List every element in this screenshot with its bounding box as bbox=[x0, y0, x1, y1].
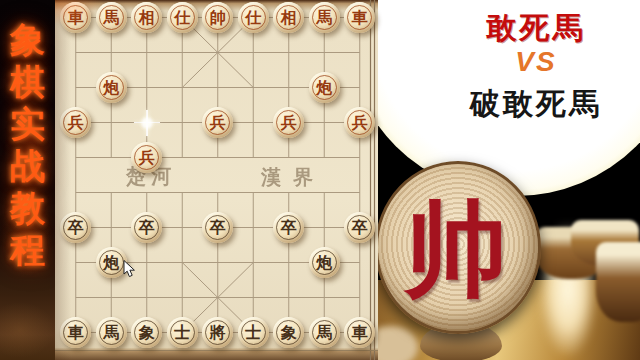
xiangqi-board[interactable]: 楚河 漢界 車馬相仕帥仕相馬車炮炮兵兵兵兵兵卒卒卒卒卒炮炮車馬象士將士象馬車 bbox=[55, 0, 378, 360]
sidebar-title-char: 象 bbox=[10, 22, 45, 60]
piece-卒[interactable]: 卒 bbox=[273, 212, 304, 243]
piece-相[interactable]: 相 bbox=[273, 2, 304, 33]
sidebar-title: 象棋实战教程 bbox=[0, 22, 55, 270]
sidebar-title-char: 实 bbox=[10, 106, 45, 144]
piece-卒[interactable]: 卒 bbox=[344, 212, 375, 243]
piece-卒[interactable]: 卒 bbox=[60, 212, 91, 243]
screenshot: 象棋实战教程 楚河 漢界 車馬相仕帥仕相馬車炮炮兵兵兵兵兵卒卒卒卒卒炮炮車馬象士… bbox=[0, 0, 640, 360]
right-panel: 敢死馬 VS 破敢死馬 帅 bbox=[378, 0, 640, 360]
piece-將[interactable]: 將 bbox=[202, 317, 233, 348]
piece-仕[interactable]: 仕 bbox=[238, 2, 269, 33]
piece-卒[interactable]: 卒 bbox=[131, 212, 162, 243]
featured-king-piece: 帅 bbox=[378, 161, 541, 334]
last-move-sparkle bbox=[138, 114, 156, 132]
piece-兵[interactable]: 兵 bbox=[273, 107, 304, 138]
piece-兵[interactable]: 兵 bbox=[131, 142, 162, 173]
piece-馬[interactable]: 馬 bbox=[96, 2, 127, 33]
piece-炮[interactable]: 炮 bbox=[96, 72, 127, 103]
piece-兵[interactable]: 兵 bbox=[344, 107, 375, 138]
piece-炮[interactable]: 炮 bbox=[309, 72, 340, 103]
piece-兵[interactable]: 兵 bbox=[60, 107, 91, 138]
piece-車[interactable]: 車 bbox=[344, 317, 375, 348]
piece-車[interactable]: 車 bbox=[344, 2, 375, 33]
piece-象[interactable]: 象 bbox=[273, 317, 304, 348]
banner-line1: 敢死馬 bbox=[405, 8, 640, 49]
piece-馬[interactable]: 馬 bbox=[309, 317, 340, 348]
sidebar-left: 象棋实战教程 bbox=[0, 0, 55, 360]
mouse-cursor bbox=[123, 260, 137, 278]
piece-車[interactable]: 車 bbox=[60, 2, 91, 33]
piece-帥[interactable]: 帥 bbox=[202, 2, 233, 33]
piece-車[interactable]: 車 bbox=[60, 317, 91, 348]
piece-士[interactable]: 士 bbox=[238, 317, 269, 348]
piece-兵[interactable]: 兵 bbox=[202, 107, 233, 138]
tea-cup bbox=[596, 242, 640, 322]
piece-相[interactable]: 相 bbox=[131, 2, 162, 33]
piece-炮[interactable]: 炮 bbox=[309, 247, 340, 278]
featured-king-char: 帅 bbox=[404, 198, 508, 302]
piece-layer: 車馬相仕帥仕相馬車炮炮兵兵兵兵兵卒卒卒卒卒炮炮車馬象士將士象馬車 bbox=[58, 0, 378, 350]
banner-line2: 破敢死馬 bbox=[405, 84, 640, 125]
sidebar-title-char: 战 bbox=[10, 148, 45, 186]
piece-馬[interactable]: 馬 bbox=[309, 2, 340, 33]
piece-士[interactable]: 士 bbox=[167, 317, 198, 348]
banner-vs: VS bbox=[405, 46, 640, 78]
piece-仕[interactable]: 仕 bbox=[167, 2, 198, 33]
piece-卒[interactable]: 卒 bbox=[202, 212, 233, 243]
sidebar-title-char: 教 bbox=[10, 190, 45, 228]
sidebar-title-char: 棋 bbox=[10, 64, 45, 102]
sidebar-title-char: 程 bbox=[10, 232, 45, 270]
piece-象[interactable]: 象 bbox=[131, 317, 162, 348]
piece-馬[interactable]: 馬 bbox=[96, 317, 127, 348]
